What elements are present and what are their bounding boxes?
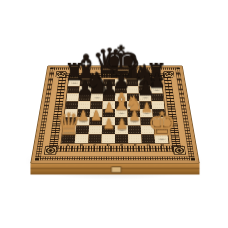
playing-grid: ♜♝♛♚♝♜♟♟♞♟♟♞♟♟♟♝♞♟♟♟♟♟♟♛♚ — [61, 79, 168, 143]
rank-label-8: 8 — [59, 81, 71, 84]
corner-knot-icon — [34, 157, 40, 161]
square-d1 — [102, 134, 115, 143]
file-label-d: D — [101, 143, 115, 147]
corner-knot-icon — [190, 157, 196, 161]
ornament-band-outer-bottom — [35, 156, 195, 160]
pawn-glyph: ♟ — [103, 101, 115, 115]
square-c1 — [88, 134, 102, 143]
queen-glyph: ♛ — [55, 111, 82, 141]
rank-label-7: 7 — [159, 88, 171, 91]
pawn-glyph: ♟ — [90, 109, 102, 123]
pawn-glyph: ♟ — [102, 117, 115, 131]
rank-label-7: 7 — [58, 88, 70, 91]
file-label-b: B — [74, 143, 88, 147]
file-label-f: F — [128, 143, 142, 147]
chess-board-product-photo: ♜♝♛♚♝♜♟♟♞♟♟♞♟♟♟♝♞♟♟♟♟♟♟♛♚ ABCDEFGH 12345… — [0, 0, 228, 228]
file-label-e: E — [115, 143, 129, 147]
rank-label-5: 5 — [56, 103, 69, 106]
file-label-h: H — [155, 143, 169, 147]
file-label-a: A — [61, 143, 75, 147]
board-front-edge — [30, 162, 199, 174]
square-f2 — [128, 126, 141, 135]
pawn-glyph: ♟ — [115, 117, 128, 131]
square-c2 — [89, 126, 102, 135]
rank-label-8: 8 — [159, 81, 171, 84]
square-e1 — [115, 134, 128, 143]
knight-glyph: ♞ — [83, 68, 110, 98]
corner-knot-icon — [176, 67, 181, 70]
chess-board: ♜♝♛♚♝♜♟♟♞♟♟♞♟♟♟♝♞♟♟♟♟♟♟♛♚ ABCDEFGH 12345… — [30, 66, 199, 164]
square-f1 — [128, 134, 142, 143]
rank-label-6: 6 — [57, 96, 69, 99]
pawn-glyph: ♟ — [128, 109, 140, 123]
file-labels: ABCDEFGH — [61, 143, 169, 147]
rank-label-6: 6 — [160, 96, 172, 99]
file-label-c: C — [88, 143, 102, 147]
king-glyph: ♚ — [147, 107, 176, 140]
clasp-icon — [110, 166, 121, 173]
corner-knot-icon — [49, 67, 54, 70]
file-label-g: G — [142, 143, 156, 147]
